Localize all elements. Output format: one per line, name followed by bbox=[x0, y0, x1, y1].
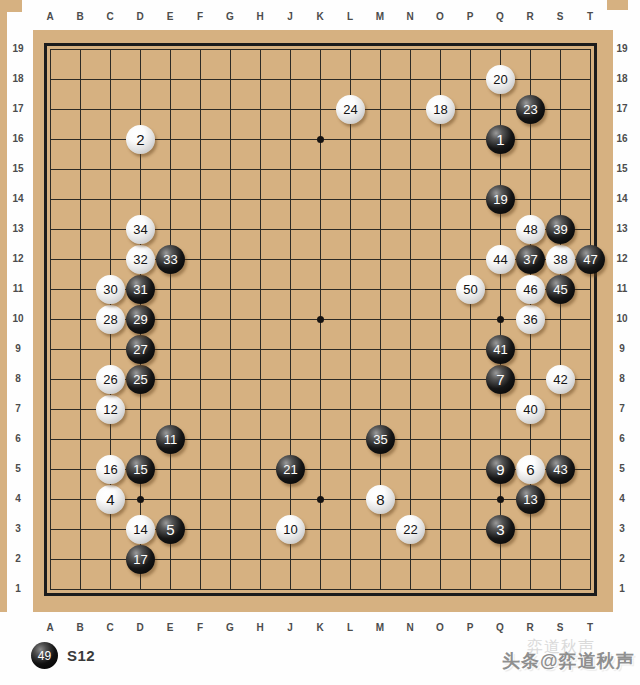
coord-right-6: 6 bbox=[611, 433, 633, 445]
stone-move-number: 29 bbox=[133, 313, 147, 326]
stone-move-number: 17 bbox=[133, 553, 147, 566]
stone-move-number: 50 bbox=[463, 283, 477, 296]
coord-bottom-K: K bbox=[309, 622, 331, 634]
coord-top-H: H bbox=[249, 11, 271, 23]
coord-right-19: 19 bbox=[611, 43, 633, 55]
caption-point-label: S12 bbox=[67, 647, 95, 664]
star-point-K4 bbox=[317, 496, 324, 503]
coord-right-16: 16 bbox=[611, 133, 633, 145]
stone-move-number: 26 bbox=[103, 373, 117, 386]
stone-white-20-Q18[interactable]: 20 bbox=[486, 65, 515, 94]
coord-top-L: L bbox=[339, 11, 361, 23]
stone-move-number: 25 bbox=[133, 373, 147, 386]
stone-black-35-M6[interactable]: 35 bbox=[366, 425, 395, 454]
coord-bottom-O: O bbox=[429, 622, 451, 634]
coord-left-16: 16 bbox=[7, 133, 29, 145]
stone-black-47-T12[interactable]: 47 bbox=[576, 245, 605, 274]
coord-left-1: 1 bbox=[7, 583, 29, 595]
stone-black-41-Q9[interactable]: 41 bbox=[486, 335, 515, 364]
stone-move-number: 21 bbox=[283, 463, 297, 476]
stone-white-34-D13[interactable]: 34 bbox=[126, 215, 155, 244]
stone-white-4-C4[interactable]: 4 bbox=[96, 485, 125, 514]
coord-right-3: 3 bbox=[611, 523, 633, 535]
stone-black-7-Q8[interactable]: 7 bbox=[486, 365, 515, 394]
coord-top-T: T bbox=[579, 11, 601, 23]
stone-white-18-O17[interactable]: 18 bbox=[426, 95, 455, 124]
coord-top-O: O bbox=[429, 11, 451, 23]
go-diagram-screenshot: 1234567891011121314151617181920212223242… bbox=[0, 0, 640, 685]
stone-move-number: 28 bbox=[103, 313, 117, 326]
coord-bottom-E: E bbox=[159, 622, 181, 634]
stone-move-number: 7 bbox=[496, 372, 504, 387]
coord-bottom-H: H bbox=[249, 622, 271, 634]
coord-left-11: 11 bbox=[7, 283, 29, 295]
coord-right-13: 13 bbox=[611, 223, 633, 235]
coord-top-D: D bbox=[129, 11, 151, 23]
coord-left-12: 12 bbox=[7, 253, 29, 265]
coord-right-14: 14 bbox=[611, 193, 633, 205]
caption-stone-number: 49 bbox=[38, 649, 51, 663]
stone-move-number: 40 bbox=[523, 403, 537, 416]
go-board-panel: 1234567891011121314151617181920212223242… bbox=[33, 30, 613, 612]
stone-move-number: 27 bbox=[133, 343, 147, 356]
coord-top-B: B bbox=[69, 11, 91, 23]
coord-bottom-A: A bbox=[39, 622, 61, 634]
stone-white-32-D12[interactable]: 32 bbox=[126, 245, 155, 274]
coord-bottom-L: L bbox=[339, 622, 361, 634]
stone-move-number: 12 bbox=[103, 403, 117, 416]
stone-black-13-R4[interactable]: 13 bbox=[516, 485, 545, 514]
stone-move-number: 20 bbox=[493, 73, 507, 86]
coord-left-18: 18 bbox=[7, 73, 29, 85]
stone-white-10-J3[interactable]: 10 bbox=[276, 515, 305, 544]
stone-move-number: 47 bbox=[583, 253, 597, 266]
coord-left-3: 3 bbox=[7, 523, 29, 535]
stone-white-14-D3[interactable]: 14 bbox=[126, 515, 155, 544]
stone-move-number: 2 bbox=[136, 132, 144, 147]
coord-left-2: 2 bbox=[7, 553, 29, 565]
stone-move-number: 3 bbox=[496, 522, 504, 537]
coord-top-S: S bbox=[549, 11, 571, 23]
coord-top-R: R bbox=[519, 11, 541, 23]
stone-black-27-D9[interactable]: 27 bbox=[126, 335, 155, 364]
stone-move-number: 18 bbox=[433, 103, 447, 116]
coord-right-12: 12 bbox=[611, 253, 633, 265]
stone-move-number: 16 bbox=[103, 463, 117, 476]
board-edge-artifact-top-left bbox=[0, 0, 22, 12]
coord-bottom-T: T bbox=[579, 622, 601, 634]
stone-white-24-L17[interactable]: 24 bbox=[336, 95, 365, 124]
stone-black-1-Q16[interactable]: 1 bbox=[486, 125, 515, 154]
stone-black-25-D8[interactable]: 25 bbox=[126, 365, 155, 394]
stone-move-number: 9 bbox=[496, 462, 504, 477]
stone-move-number: 36 bbox=[523, 313, 537, 326]
stone-white-36-R10[interactable]: 36 bbox=[516, 305, 545, 334]
coord-left-13: 13 bbox=[7, 223, 29, 235]
coord-bottom-C: C bbox=[99, 622, 121, 634]
coord-right-18: 18 bbox=[611, 73, 633, 85]
coord-left-7: 7 bbox=[7, 403, 29, 415]
star-point-D4 bbox=[137, 496, 144, 503]
stone-white-48-R13[interactable]: 48 bbox=[516, 215, 545, 244]
stone-black-19-Q14[interactable]: 19 bbox=[486, 185, 515, 214]
coord-right-17: 17 bbox=[611, 103, 633, 115]
stone-white-50-P11[interactable]: 50 bbox=[456, 275, 485, 304]
coord-right-7: 7 bbox=[611, 403, 633, 415]
stone-move-number: 30 bbox=[103, 283, 117, 296]
star-point-K16 bbox=[317, 136, 324, 143]
coord-top-C: C bbox=[99, 11, 121, 23]
coord-right-11: 11 bbox=[611, 283, 633, 295]
coord-bottom-B: B bbox=[69, 622, 91, 634]
coord-right-10: 10 bbox=[611, 313, 633, 325]
coord-right-8: 8 bbox=[611, 373, 633, 385]
stone-black-21-J5[interactable]: 21 bbox=[276, 455, 305, 484]
stone-move-number: 22 bbox=[403, 523, 417, 536]
coord-right-5: 5 bbox=[611, 463, 633, 475]
coord-right-2: 2 bbox=[611, 553, 633, 565]
stone-move-number: 1 bbox=[496, 132, 504, 147]
coord-bottom-S: S bbox=[549, 622, 571, 634]
stone-black-15-D5[interactable]: 15 bbox=[126, 455, 155, 484]
stone-white-44-Q12[interactable]: 44 bbox=[486, 245, 515, 274]
star-point-Q4 bbox=[497, 496, 504, 503]
stone-black-23-R17[interactable]: 23 bbox=[516, 95, 545, 124]
stone-move-number: 38 bbox=[553, 253, 567, 266]
stone-black-11-E6[interactable]: 11 bbox=[156, 425, 185, 454]
stone-move-number: 42 bbox=[553, 373, 567, 386]
coord-left-5: 5 bbox=[7, 463, 29, 475]
stone-black-5-E3[interactable]: 5 bbox=[156, 515, 185, 544]
stone-black-31-D11[interactable]: 31 bbox=[126, 275, 155, 304]
stone-white-26-C8[interactable]: 26 bbox=[96, 365, 125, 394]
coord-left-8: 8 bbox=[7, 373, 29, 385]
coord-top-J: J bbox=[279, 11, 301, 23]
stone-move-number: 33 bbox=[163, 253, 177, 266]
stone-move-number: 19 bbox=[493, 193, 507, 206]
coord-bottom-R: R bbox=[519, 622, 541, 634]
stone-white-6-R5[interactable]: 6 bbox=[516, 455, 545, 484]
stone-move-number: 37 bbox=[523, 253, 537, 266]
coord-left-10: 10 bbox=[7, 313, 29, 325]
coord-bottom-D: D bbox=[129, 622, 151, 634]
stone-move-number: 46 bbox=[523, 283, 537, 296]
coord-left-4: 4 bbox=[7, 493, 29, 505]
star-point-Q10 bbox=[497, 316, 504, 323]
coord-top-A: A bbox=[39, 11, 61, 23]
stone-white-8-M4[interactable]: 8 bbox=[366, 485, 395, 514]
stone-move-number: 10 bbox=[283, 523, 297, 536]
stone-move-number: 4 bbox=[106, 492, 114, 507]
stone-move-number: 5 bbox=[166, 522, 174, 537]
coord-top-K: K bbox=[309, 11, 331, 23]
coord-right-9: 9 bbox=[611, 343, 633, 355]
coord-bottom-P: P bbox=[459, 622, 481, 634]
watermark-text: 头条@弈道秋声 bbox=[502, 649, 635, 673]
stone-white-2-D16[interactable]: 2 bbox=[126, 125, 155, 154]
stone-white-16-C5[interactable]: 16 bbox=[96, 455, 125, 484]
stone-move-number: 44 bbox=[493, 253, 507, 266]
stone-move-number: 14 bbox=[133, 523, 147, 536]
stone-move-number: 13 bbox=[523, 493, 537, 506]
stone-white-40-R7[interactable]: 40 bbox=[516, 395, 545, 424]
stone-black-29-D10[interactable]: 29 bbox=[126, 305, 155, 334]
coord-left-17: 17 bbox=[7, 103, 29, 115]
coord-bottom-M: M bbox=[369, 622, 391, 634]
stone-move-number: 48 bbox=[523, 223, 537, 236]
coord-right-15: 15 bbox=[611, 163, 633, 175]
coord-bottom-Q: Q bbox=[489, 622, 511, 634]
stone-white-30-C11[interactable]: 30 bbox=[96, 275, 125, 304]
coord-right-4: 4 bbox=[611, 493, 633, 505]
star-point-K10 bbox=[317, 316, 324, 323]
coord-left-14: 14 bbox=[7, 193, 29, 205]
stone-move-number: 41 bbox=[493, 343, 507, 356]
stone-black-9-Q5[interactable]: 9 bbox=[486, 455, 515, 484]
stone-black-43-S5[interactable]: 43 bbox=[546, 455, 575, 484]
board-edge-artifact-top-right bbox=[607, 0, 628, 10]
stone-move-number: 24 bbox=[343, 103, 357, 116]
stone-black-39-S13[interactable]: 39 bbox=[546, 215, 575, 244]
stone-white-42-S8[interactable]: 42 bbox=[546, 365, 575, 394]
stone-move-number: 34 bbox=[133, 223, 147, 236]
stone-move-number: 6 bbox=[526, 462, 534, 477]
stone-white-12-C7[interactable]: 12 bbox=[96, 395, 125, 424]
stone-move-number: 31 bbox=[133, 283, 147, 296]
board-edge-artifact-left bbox=[0, 0, 7, 612]
coord-top-N: N bbox=[399, 11, 421, 23]
coord-left-15: 15 bbox=[7, 163, 29, 175]
stone-black-3-Q3[interactable]: 3 bbox=[486, 515, 515, 544]
stone-white-22-N3[interactable]: 22 bbox=[396, 515, 425, 544]
coord-top-Q: Q bbox=[489, 11, 511, 23]
coord-top-E: E bbox=[159, 11, 181, 23]
coord-top-F: F bbox=[189, 11, 211, 23]
stone-black-33-E12[interactable]: 33 bbox=[156, 245, 185, 274]
stone-white-28-C10[interactable]: 28 bbox=[96, 305, 125, 334]
stone-white-46-R11[interactable]: 46 bbox=[516, 275, 545, 304]
coord-left-6: 6 bbox=[7, 433, 29, 445]
coord-bottom-G: G bbox=[219, 622, 241, 634]
stone-move-number: 39 bbox=[553, 223, 567, 236]
coord-top-G: G bbox=[219, 11, 241, 23]
coord-bottom-J: J bbox=[279, 622, 301, 634]
stone-move-number: 15 bbox=[133, 463, 147, 476]
stone-move-number: 32 bbox=[133, 253, 147, 266]
stone-black-45-S11[interactable]: 45 bbox=[546, 275, 575, 304]
coord-top-P: P bbox=[459, 11, 481, 23]
coord-left-9: 9 bbox=[7, 343, 29, 355]
coord-left-19: 19 bbox=[7, 43, 29, 55]
stone-move-number: 11 bbox=[164, 433, 178, 446]
stone-black-37-R12[interactable]: 37 bbox=[516, 245, 545, 274]
stone-move-number: 45 bbox=[553, 283, 567, 296]
stone-move-number: 35 bbox=[373, 433, 387, 446]
coord-bottom-F: F bbox=[189, 622, 211, 634]
coord-top-M: M bbox=[369, 11, 391, 23]
coord-bottom-N: N bbox=[399, 622, 421, 634]
stone-white-38-S12[interactable]: 38 bbox=[546, 245, 575, 274]
stone-move-number: 23 bbox=[523, 103, 537, 116]
coord-right-1: 1 bbox=[611, 583, 633, 595]
stone-move-number: 8 bbox=[376, 492, 384, 507]
stone-black-17-D2[interactable]: 17 bbox=[126, 545, 155, 574]
caption-stone-49: 49 bbox=[31, 642, 58, 669]
stone-move-number: 43 bbox=[553, 463, 567, 476]
